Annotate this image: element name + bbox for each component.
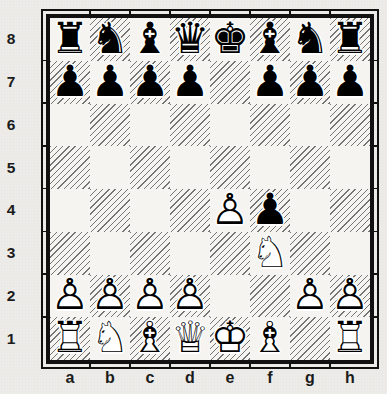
square-b1: ♞♘ <box>90 317 130 360</box>
square-e5 <box>210 146 250 189</box>
square-h7: ♟ <box>330 61 370 104</box>
piece-black-pawn: ♟ <box>90 61 130 104</box>
square-g3 <box>290 232 330 275</box>
piece-white-rook: ♜♖ <box>50 317 90 360</box>
square-b5 <box>90 146 130 189</box>
square-a6 <box>50 104 90 147</box>
square-e7 <box>210 61 250 104</box>
piece-white-pawn: ♟♙ <box>90 275 130 318</box>
black-piece-glyph: ♟ <box>250 188 290 231</box>
square-d5 <box>170 146 210 189</box>
square-g2: ♟♙ <box>290 275 330 318</box>
square-g5 <box>290 146 330 189</box>
rank-label-1: 1 <box>0 317 22 360</box>
board-grid: ♜♞♝♛♚♝♞♜♟♟♟♟♟♟♟♟♙♟♞♘♟♙♟♙♟♙♟♙♟♙♟♙♜♖♞♘♝♗♛♕… <box>50 18 370 360</box>
square-d1: ♛♕ <box>170 317 210 360</box>
file-label-c: c <box>130 366 170 390</box>
piece-black-knight: ♞ <box>290 18 330 61</box>
square-c2: ♟♙ <box>130 275 170 318</box>
white-piece-outline: ♖ <box>50 316 90 359</box>
square-d6 <box>170 104 210 147</box>
square-c1: ♝♗ <box>130 317 170 360</box>
piece-black-king: ♚ <box>210 18 250 61</box>
square-c3 <box>130 232 170 275</box>
piece-black-pawn: ♟ <box>290 61 330 104</box>
piece-white-knight: ♞♘ <box>90 317 130 360</box>
board-inner-frame: ♜♞♝♛♚♝♞♜♟♟♟♟♟♟♟♟♙♟♞♘♟♙♟♙♟♙♟♙♟♙♟♙♜♖♞♘♝♗♛♕… <box>46 14 374 364</box>
piece-black-pawn: ♟ <box>130 61 170 104</box>
square-e2 <box>210 275 250 318</box>
piece-white-bishop: ♝♗ <box>130 317 170 360</box>
square-e8: ♚ <box>210 18 250 61</box>
piece-white-rook: ♜♖ <box>330 317 370 360</box>
black-piece-glyph: ♜ <box>330 17 370 60</box>
rank-label-4: 4 <box>0 189 22 232</box>
square-b3 <box>90 232 130 275</box>
piece-white-queen: ♛♕ <box>170 317 210 360</box>
white-piece-outline: ♖ <box>330 316 370 359</box>
black-piece-glyph: ♟ <box>250 60 290 103</box>
piece-black-bishop: ♝ <box>250 18 290 61</box>
square-f3: ♞♘ <box>250 232 290 275</box>
rank-labels: 87654321 <box>0 18 22 360</box>
square-c6 <box>130 104 170 147</box>
rank-label-2: 2 <box>0 275 22 318</box>
square-d7: ♟ <box>170 61 210 104</box>
piece-black-bishop: ♝ <box>130 18 170 61</box>
piece-black-pawn: ♟ <box>170 61 210 104</box>
white-piece-outline: ♙ <box>210 188 250 231</box>
square-d3 <box>170 232 210 275</box>
piece-white-pawn: ♟♙ <box>290 275 330 318</box>
square-h3 <box>330 232 370 275</box>
black-piece-glyph: ♟ <box>330 60 370 103</box>
rank-label-7: 7 <box>0 61 22 104</box>
piece-white-pawn: ♟♙ <box>210 189 250 232</box>
piece-white-knight: ♞♘ <box>250 232 290 275</box>
square-d4 <box>170 189 210 232</box>
square-a4 <box>50 189 90 232</box>
piece-white-pawn: ♟♙ <box>330 275 370 318</box>
board-outer-frame: ♜♞♝♛♚♝♞♜♟♟♟♟♟♟♟♟♙♟♞♘♟♙♟♙♟♙♟♙♟♙♟♙♜♖♞♘♝♗♛♕… <box>41 9 379 369</box>
square-h1: ♜♖ <box>330 317 370 360</box>
piece-black-rook: ♜ <box>50 18 90 61</box>
square-e4: ♟♙ <box>210 189 250 232</box>
rank-label-6: 6 <box>0 104 22 147</box>
frame-ticks-right <box>374 39 377 338</box>
black-piece-glyph: ♞ <box>90 17 130 60</box>
square-d2: ♟♙ <box>170 275 210 318</box>
rank-label-3: 3 <box>0 232 22 275</box>
square-a2: ♟♙ <box>50 275 90 318</box>
square-f5 <box>250 146 290 189</box>
piece-white-bishop: ♝♗ <box>250 317 290 360</box>
black-piece-glyph: ♟ <box>90 60 130 103</box>
white-piece-outline: ♗ <box>250 316 290 359</box>
chess-diagram: 87654321 ♜♞♝♛♚♝♞♜♟♟♟♟♟♟♟♟♙♟♞♘♟♙♟♙♟♙♟♙♟♙♟… <box>0 0 387 394</box>
square-f8: ♝ <box>250 18 290 61</box>
square-h4 <box>330 189 370 232</box>
square-b7: ♟ <box>90 61 130 104</box>
white-piece-outline: ♕ <box>170 316 210 359</box>
white-piece-outline: ♙ <box>330 274 370 317</box>
square-h5 <box>330 146 370 189</box>
square-f4: ♟ <box>250 189 290 232</box>
square-f6 <box>250 104 290 147</box>
square-g7: ♟ <box>290 61 330 104</box>
file-label-e: e <box>210 366 250 390</box>
white-piece-outline: ♘ <box>250 231 290 274</box>
white-piece-outline: ♔ <box>210 316 250 359</box>
white-piece-outline: ♙ <box>170 274 210 317</box>
square-b8: ♞ <box>90 18 130 61</box>
file-label-b: b <box>90 366 130 390</box>
piece-black-pawn: ♟ <box>330 61 370 104</box>
square-c8: ♝ <box>130 18 170 61</box>
piece-white-pawn: ♟♙ <box>170 275 210 318</box>
white-piece-outline: ♙ <box>90 274 130 317</box>
piece-white-pawn: ♟♙ <box>50 275 90 318</box>
square-a3 <box>50 232 90 275</box>
square-f1: ♝♗ <box>250 317 290 360</box>
square-c5 <box>130 146 170 189</box>
square-g4 <box>290 189 330 232</box>
piece-black-pawn: ♟ <box>250 61 290 104</box>
square-d8: ♛ <box>170 18 210 61</box>
white-piece-outline: ♗ <box>130 316 170 359</box>
file-label-f: f <box>250 366 290 390</box>
frame-ticks-left <box>43 39 46 338</box>
piece-black-queen: ♛ <box>170 18 210 61</box>
piece-black-rook: ♜ <box>330 18 370 61</box>
file-label-g: g <box>290 366 330 390</box>
rank-label-8: 8 <box>0 18 22 61</box>
white-piece-outline: ♙ <box>50 274 90 317</box>
black-piece-glyph: ♟ <box>170 60 210 103</box>
black-piece-glyph: ♝ <box>250 17 290 60</box>
file-label-d: d <box>170 366 210 390</box>
square-e1: ♚♔ <box>210 317 250 360</box>
white-piece-outline: ♘ <box>90 316 130 359</box>
piece-black-pawn: ♟ <box>50 61 90 104</box>
square-g1 <box>290 317 330 360</box>
square-g6 <box>290 104 330 147</box>
black-piece-glyph: ♟ <box>50 60 90 103</box>
square-h6 <box>330 104 370 147</box>
piece-white-king: ♚♔ <box>210 317 250 360</box>
file-labels: abcdefgh <box>50 366 370 390</box>
frame-ticks-top <box>70 11 350 14</box>
piece-white-pawn: ♟♙ <box>130 275 170 318</box>
square-a8: ♜ <box>50 18 90 61</box>
black-piece-glyph: ♛ <box>170 17 210 60</box>
square-c4 <box>130 189 170 232</box>
square-a1: ♜♖ <box>50 317 90 360</box>
square-f7: ♟ <box>250 61 290 104</box>
white-piece-outline: ♙ <box>130 274 170 317</box>
square-g8: ♞ <box>290 18 330 61</box>
square-f2 <box>250 275 290 318</box>
rank-label-5: 5 <box>0 146 22 189</box>
square-a5 <box>50 146 90 189</box>
white-piece-outline: ♙ <box>290 274 330 317</box>
square-b4 <box>90 189 130 232</box>
black-piece-glyph: ♟ <box>290 60 330 103</box>
black-piece-glyph: ♜ <box>50 17 90 60</box>
black-piece-glyph: ♝ <box>130 17 170 60</box>
square-h2: ♟♙ <box>330 275 370 318</box>
square-a7: ♟ <box>50 61 90 104</box>
piece-black-knight: ♞ <box>90 18 130 61</box>
black-piece-glyph: ♚ <box>210 17 250 60</box>
black-piece-glyph: ♟ <box>130 60 170 103</box>
piece-black-pawn: ♟ <box>250 189 290 232</box>
square-e3 <box>210 232 250 275</box>
square-e6 <box>210 104 250 147</box>
square-b6 <box>90 104 130 147</box>
file-label-a: a <box>50 366 90 390</box>
black-piece-glyph: ♞ <box>290 17 330 60</box>
square-c7: ♟ <box>130 61 170 104</box>
square-b2: ♟♙ <box>90 275 130 318</box>
square-h8: ♜ <box>330 18 370 61</box>
file-label-h: h <box>330 366 370 390</box>
